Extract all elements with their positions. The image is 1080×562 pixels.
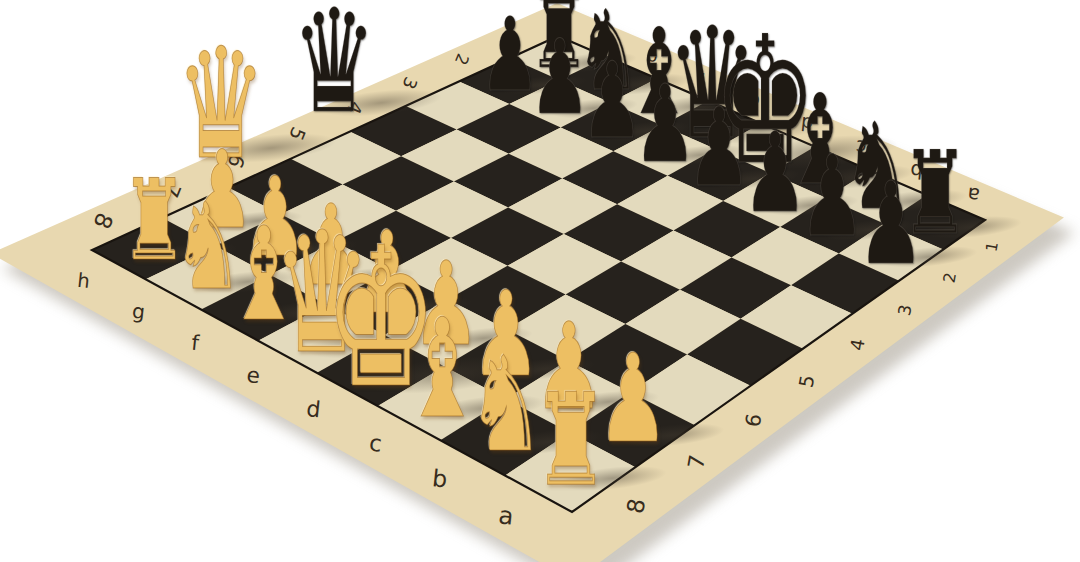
pieces-layer: ♜♞♟♛♝♟♛♟♛♚♟♝♟♞♟♟♜♟♟♜♟♟♞♟♝♟♛♟♚♟♝♟♞♜ <box>0 0 1080 562</box>
camel-rook-glyph: ♜ <box>533 377 608 504</box>
piece-black-pawn-a2: ♟ <box>840 167 942 281</box>
black-queen-glyph: ♛ <box>292 0 377 133</box>
piece-camel-rook-a8: ♜ <box>514 377 628 504</box>
black-pawn-glyph: ♟ <box>858 167 925 281</box>
chess-set-photo: 1122334455667788hhggffeeddccbbaa ♜♞♟♛♝♟♛… <box>0 0 1080 562</box>
